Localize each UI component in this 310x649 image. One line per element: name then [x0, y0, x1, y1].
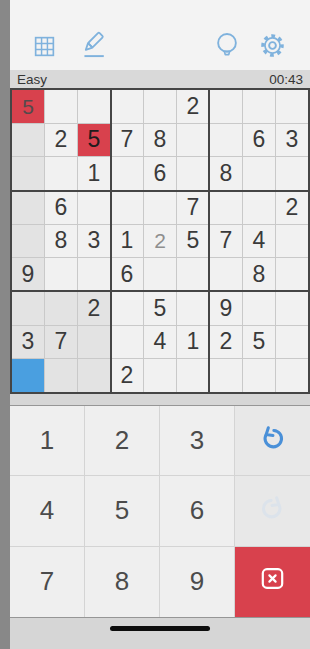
toolbar	[10, 0, 310, 70]
board-keypad-gap	[10, 394, 310, 405]
key-3[interactable]: 3	[160, 406, 235, 476]
cell-r1c3[interactable]: 7	[111, 124, 143, 157]
sudoku-app: Easy 00:43 52257863168672831257496825937…	[10, 0, 310, 649]
cell-r6c3[interactable]	[111, 292, 143, 325]
delete-button[interactable]	[235, 547, 310, 617]
number-keypad: 123456789	[10, 405, 310, 618]
cell-r8c1[interactable]	[45, 359, 77, 392]
key-6[interactable]: 6	[160, 476, 235, 546]
redo-icon	[259, 494, 286, 528]
cell-r7c3[interactable]	[111, 326, 143, 359]
cell-r0c0[interactable]: 5	[12, 90, 44, 123]
cell-r1c7[interactable]: 6	[243, 124, 275, 157]
cell-r6c2[interactable]: 2	[78, 292, 110, 325]
undo-icon	[259, 424, 286, 458]
cell-r3c2[interactable]	[78, 191, 110, 224]
cell-r8c0[interactable]	[12, 359, 44, 392]
cell-r0c7[interactable]	[243, 90, 275, 123]
cell-r7c2[interactable]	[78, 326, 110, 359]
block-divider-vertical	[208, 90, 210, 392]
gear-icon	[259, 32, 286, 62]
cell-r4c0[interactable]	[12, 225, 44, 258]
cell-r1c4[interactable]: 8	[144, 124, 176, 157]
difficulty-label: Easy	[17, 72, 47, 87]
cell-r5c3[interactable]: 6	[111, 258, 143, 291]
cell-r3c5[interactable]: 7	[177, 191, 209, 224]
key-4[interactable]: 4	[10, 476, 85, 546]
board-cells: 5225786316867283125749682593741252	[12, 90, 308, 392]
cell-r1c5[interactable]	[177, 124, 209, 157]
cell-r4c7[interactable]: 4	[243, 225, 275, 258]
lightbulb-icon	[213, 31, 241, 62]
cell-r8c7[interactable]	[243, 359, 275, 392]
status-bar: Easy 00:43	[10, 70, 310, 88]
cell-r4c6[interactable]: 7	[210, 225, 242, 258]
cell-r5c7[interactable]: 8	[243, 258, 275, 291]
sudoku-board: 5225786316867283125749682593741252	[10, 88, 310, 394]
cell-r3c8[interactable]: 2	[276, 191, 308, 224]
cell-r5c4[interactable]	[144, 258, 176, 291]
cell-r1c1[interactable]: 2	[45, 124, 77, 157]
cell-r8c2[interactable]	[78, 359, 110, 392]
cell-r3c3[interactable]	[111, 191, 143, 224]
key-5[interactable]: 5	[85, 476, 160, 546]
cell-r3c1[interactable]: 6	[45, 191, 77, 224]
cell-r8c4[interactable]	[144, 359, 176, 392]
bottom-strip	[10, 618, 310, 649]
cell-r6c8[interactable]	[276, 292, 308, 325]
cell-r0c6[interactable]	[210, 90, 242, 123]
key-9[interactable]: 9	[160, 547, 235, 617]
cell-r2c1[interactable]	[45, 157, 77, 190]
cell-r5c8[interactable]	[276, 258, 308, 291]
cell-r2c3[interactable]	[111, 157, 143, 190]
cell-r8c8[interactable]	[276, 359, 308, 392]
new-grid-button[interactable]	[32, 34, 57, 62]
cell-r5c2[interactable]	[78, 258, 110, 291]
cell-r0c4[interactable]	[144, 90, 176, 123]
settings-button[interactable]	[259, 32, 286, 62]
cell-r1c8[interactable]: 3	[276, 124, 308, 157]
cell-r0c8[interactable]	[276, 90, 308, 123]
block-divider-horizontal	[12, 190, 308, 192]
cell-r1c6[interactable]	[210, 124, 242, 157]
cell-r4c5[interactable]: 5	[177, 225, 209, 258]
cell-r6c7[interactable]	[243, 292, 275, 325]
cell-r2c4[interactable]: 6	[144, 157, 176, 190]
cell-r4c1[interactable]: 8	[45, 225, 77, 258]
cell-r6c5[interactable]	[177, 292, 209, 325]
cell-r2c7[interactable]	[243, 157, 275, 190]
redo-button	[235, 476, 310, 546]
cell-r0c2[interactable]	[78, 90, 110, 123]
grid-icon	[32, 34, 57, 62]
block-divider-vertical	[110, 90, 112, 392]
cell-r5c1[interactable]	[45, 258, 77, 291]
cell-r5c6[interactable]	[210, 258, 242, 291]
cell-r3c0[interactable]	[12, 191, 44, 224]
cell-r7c6[interactable]: 2	[210, 326, 242, 359]
cell-r3c6[interactable]	[210, 191, 242, 224]
cell-r0c3[interactable]	[111, 90, 143, 123]
cell-r2c5[interactable]	[177, 157, 209, 190]
cell-r7c1[interactable]: 7	[45, 326, 77, 359]
cell-r5c5[interactable]	[177, 258, 209, 291]
cell-r6c6[interactable]: 9	[210, 292, 242, 325]
pencil-notes-button[interactable]	[79, 30, 108, 62]
cell-r5c0[interactable]: 9	[12, 258, 44, 291]
cell-r2c0[interactable]	[12, 157, 44, 190]
cell-r7c0[interactable]: 3	[12, 326, 44, 359]
home-indicator[interactable]	[110, 626, 210, 631]
key-2[interactable]: 2	[85, 406, 160, 476]
cell-r1c0[interactable]	[12, 124, 44, 157]
pencil-icon	[79, 30, 108, 62]
cell-r7c5[interactable]: 1	[177, 326, 209, 359]
cell-r4c2[interactable]: 3	[78, 225, 110, 258]
cell-r7c4[interactable]: 4	[144, 326, 176, 359]
cell-r7c8[interactable]	[276, 326, 308, 359]
cell-r8c3[interactable]: 2	[111, 359, 143, 392]
delete-icon	[257, 563, 288, 601]
undo-button[interactable]	[235, 406, 310, 476]
hint-button[interactable]	[213, 31, 241, 62]
cell-r2c8[interactable]	[276, 157, 308, 190]
cell-r7c7[interactable]: 5	[243, 326, 275, 359]
cell-r2c2[interactable]: 1	[78, 157, 110, 190]
cell-r6c1[interactable]	[45, 292, 77, 325]
cell-r4c8[interactable]	[276, 225, 308, 258]
cell-r3c4[interactable]	[144, 191, 176, 224]
key-1[interactable]: 1	[10, 406, 85, 476]
key-7[interactable]: 7	[10, 547, 85, 617]
cell-r0c1[interactable]	[45, 90, 77, 123]
cell-r4c3[interactable]: 1	[111, 225, 143, 258]
timer-label: 00:43	[269, 72, 303, 87]
cell-r2c6[interactable]: 8	[210, 157, 242, 190]
cell-r8c5[interactable]	[177, 359, 209, 392]
cell-r8c6[interactable]	[210, 359, 242, 392]
key-8[interactable]: 8	[85, 547, 160, 617]
block-divider-horizontal	[12, 290, 308, 292]
cell-r6c4[interactable]: 5	[144, 292, 176, 325]
cell-r6c0[interactable]	[12, 292, 44, 325]
cell-r3c7[interactable]	[243, 191, 275, 224]
cell-r4c4[interactable]: 2	[144, 225, 176, 258]
cell-r1c2[interactable]: 5	[78, 124, 110, 157]
cell-r0c5[interactable]: 2	[177, 90, 209, 123]
